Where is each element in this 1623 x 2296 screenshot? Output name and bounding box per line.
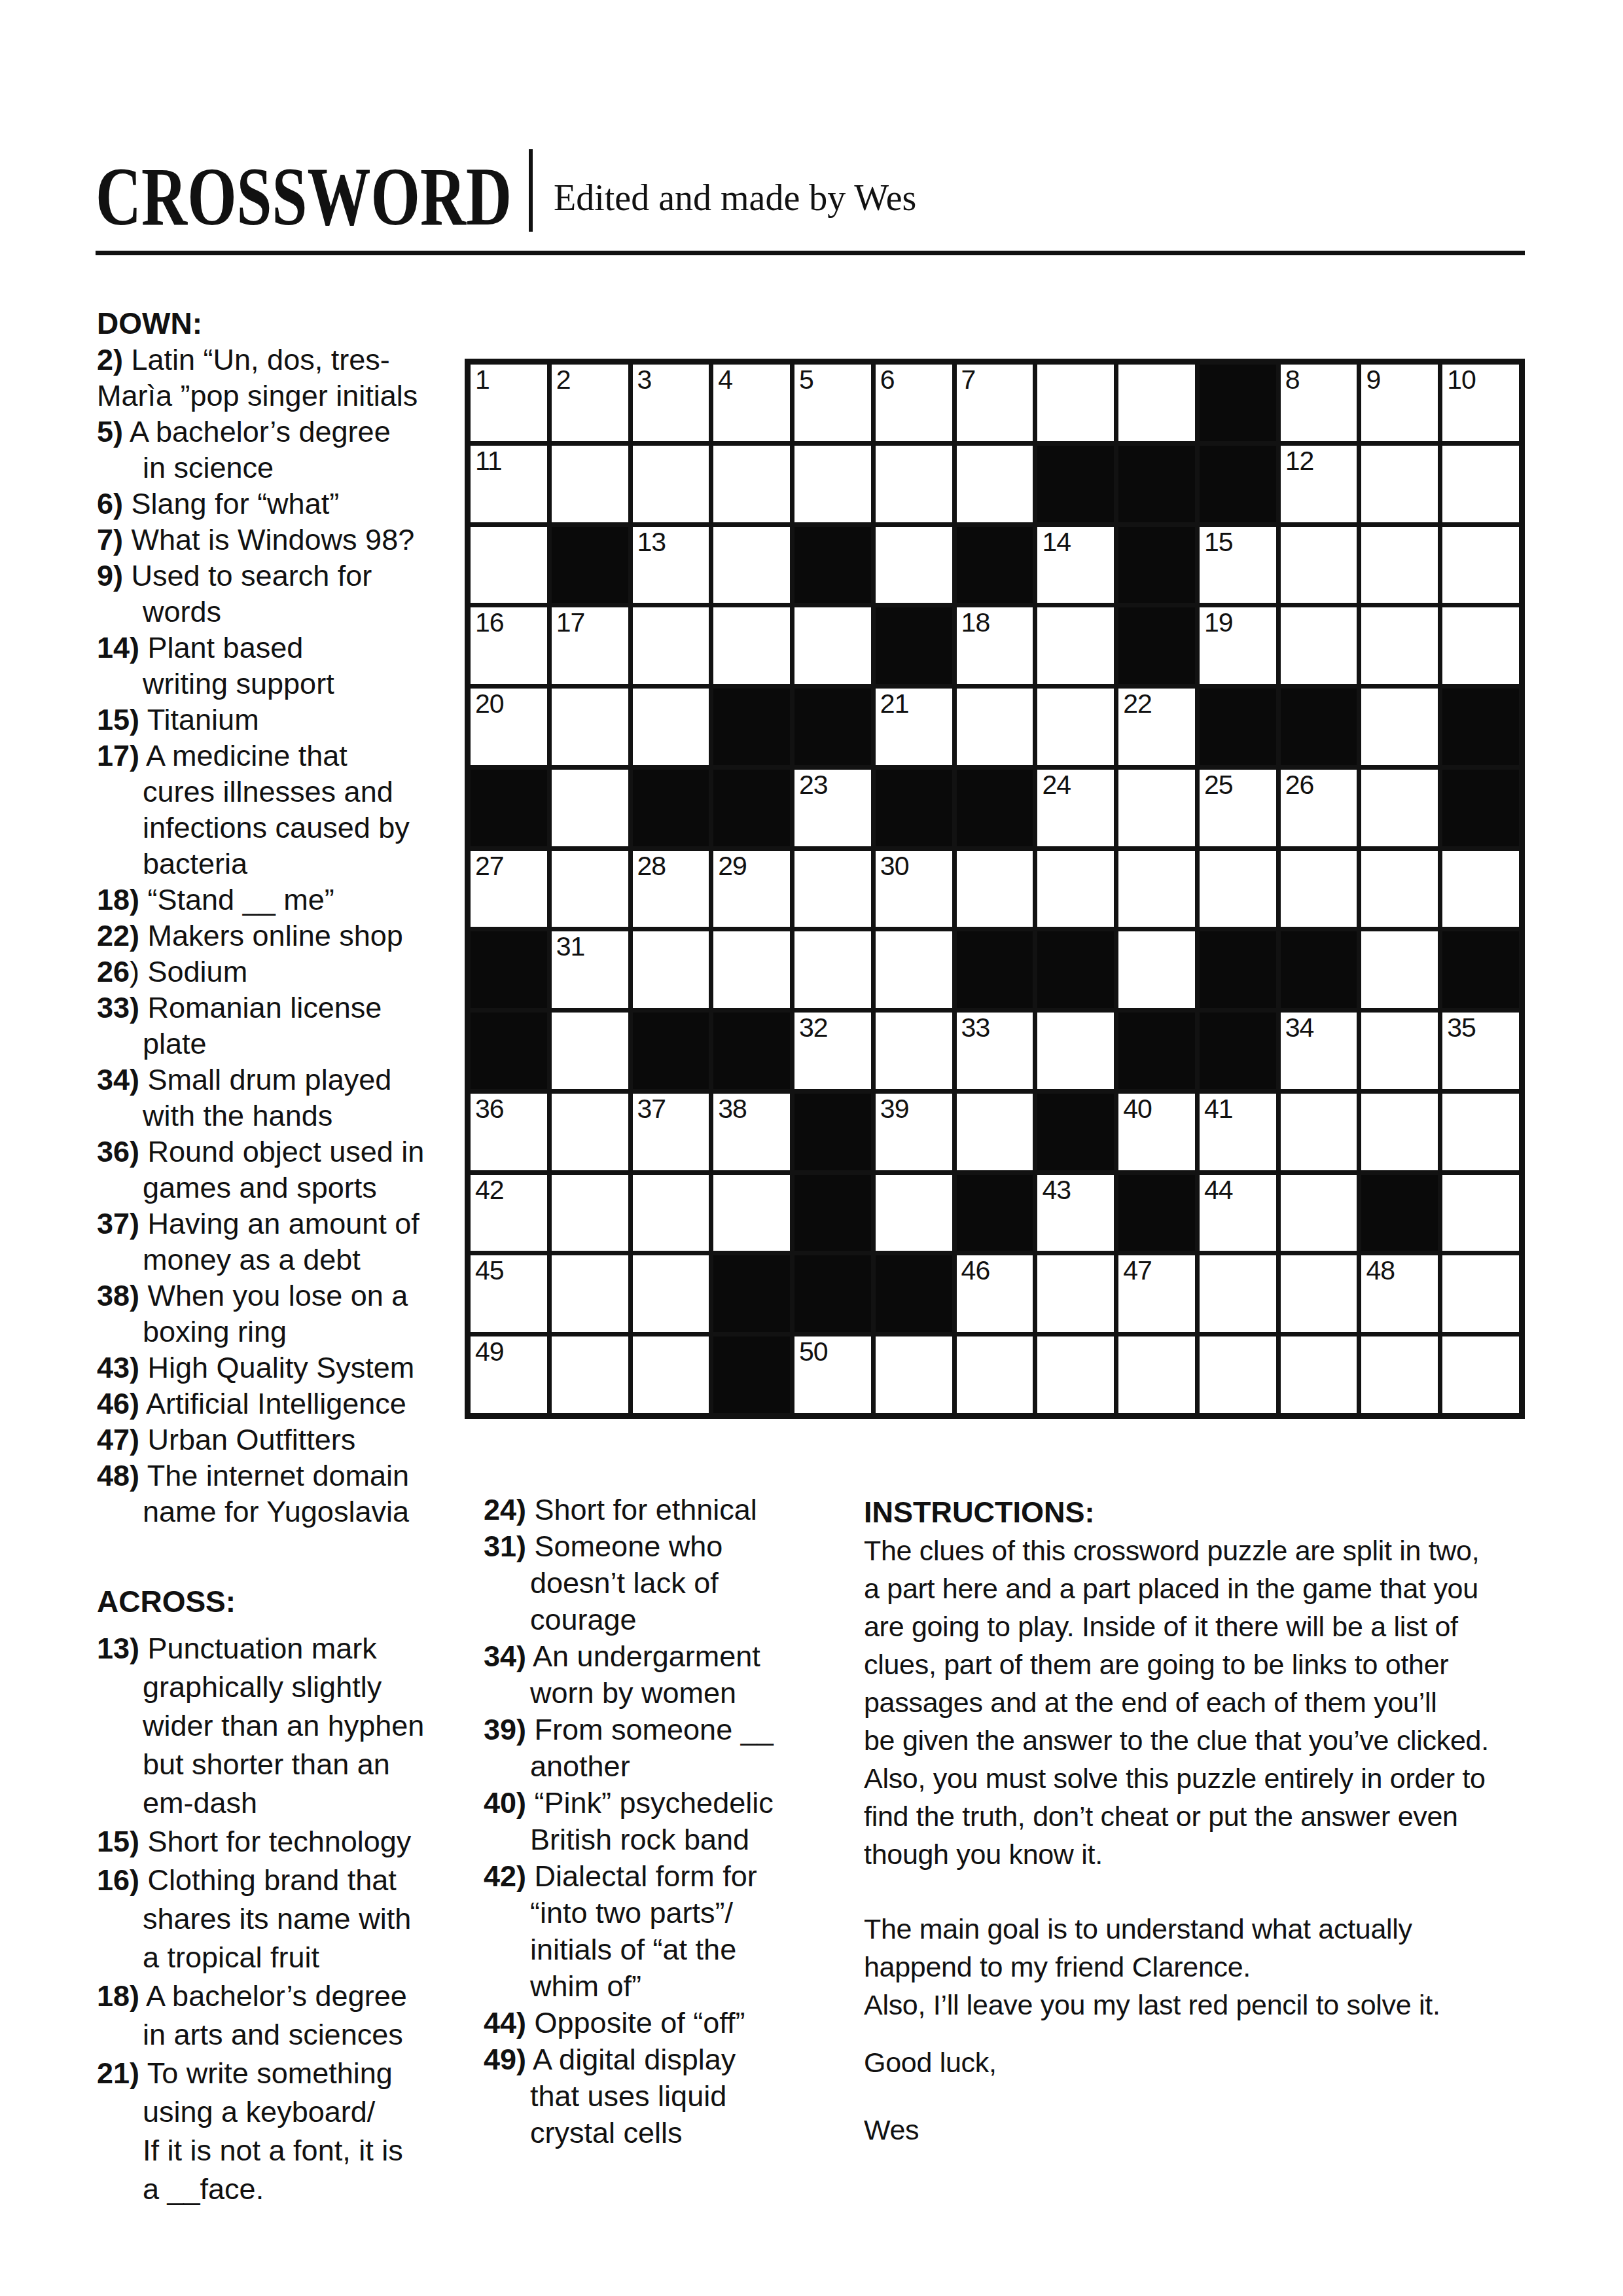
black-cell-r12c6 xyxy=(876,1255,952,1332)
clue-36: 36) Round object used ingames and sports xyxy=(97,1134,483,1206)
grid-cell-r7c12[interactable] xyxy=(1361,851,1438,927)
cell-number: 24 xyxy=(1042,771,1071,799)
cell-number: 30 xyxy=(880,852,909,880)
grid-cell-r3c13[interactable] xyxy=(1442,527,1519,603)
cell-number: 34 xyxy=(1285,1014,1314,1042)
instructions-body: The clues of this crossword puzzle are s… xyxy=(864,1532,1616,2149)
cell-number: 35 xyxy=(1447,1014,1476,1042)
cell-number: 48 xyxy=(1366,1257,1395,1285)
grid-cell-r3c10[interactable]: 15 xyxy=(1200,527,1276,603)
grid-cell-r6c5[interactable]: 23 xyxy=(794,770,871,846)
black-cell-r3c2 xyxy=(552,527,628,603)
black-cell-r11c9 xyxy=(1118,1175,1195,1251)
black-cell-r4c6 xyxy=(876,607,952,684)
grid-cell-r13c9[interactable] xyxy=(1118,1336,1195,1413)
cell-number: 46 xyxy=(961,1257,990,1285)
across-clue-list-continued: 24) Short for ethnical31) Someone whodoe… xyxy=(484,1492,857,2151)
cell-number: 21 xyxy=(880,690,909,718)
clue-18: 18) A bachelor’s degreein arts and scien… xyxy=(97,1977,483,2054)
clue-7: 7) What is Windows 98? xyxy=(97,522,483,558)
grid-cell-r3c11[interactable] xyxy=(1281,527,1357,603)
cell-number: 2 xyxy=(556,366,571,394)
grid-cell-r5c8[interactable] xyxy=(1037,689,1114,765)
grid-cell-r4c2[interactable]: 17 xyxy=(552,607,628,684)
clue-16: 16) Clothing brand thatshares its name w… xyxy=(97,1861,483,1977)
black-cell-r3c7 xyxy=(957,527,1033,603)
black-cell-r9c3 xyxy=(633,1013,709,1089)
grid-cell-r2c5[interactable] xyxy=(794,446,871,522)
grid-cell-r4c12[interactable] xyxy=(1361,607,1438,684)
grid-cell-r5c7[interactable] xyxy=(957,689,1033,765)
grid-cell-r12c7[interactable]: 46 xyxy=(957,1255,1033,1332)
cell-number: 20 xyxy=(475,690,504,718)
clue-2: 2) Latin “Un, dos, tres-Marìa ”pop singe… xyxy=(97,342,483,414)
black-cell-r5c4 xyxy=(713,689,790,765)
black-cell-r12c4 xyxy=(713,1255,790,1332)
grid-cell-r6c10[interactable]: 25 xyxy=(1200,770,1276,846)
grid-cell-r8c6[interactable] xyxy=(876,931,952,1008)
cell-number: 13 xyxy=(637,528,666,556)
black-cell-r6c3 xyxy=(633,770,709,846)
black-cell-r2c9 xyxy=(1118,446,1195,522)
black-cell-r8c10 xyxy=(1200,931,1276,1008)
cell-number: 7 xyxy=(961,366,976,394)
grid-cell-r1c3[interactable]: 3 xyxy=(633,365,709,441)
cell-number: 41 xyxy=(1204,1095,1233,1123)
clue-9: 9) Used to search forwords xyxy=(97,558,483,630)
grid-cell-r7c5[interactable] xyxy=(794,851,871,927)
instructions-label: INSTRUCTIONS: xyxy=(864,1494,1616,1532)
grid-cell-r10c7[interactable] xyxy=(957,1094,1033,1170)
grid-cell-r11c4[interactable] xyxy=(713,1175,790,1251)
clue-5: 5) A bachelor’s degreein science xyxy=(97,414,483,486)
black-cell-r8c7 xyxy=(957,931,1033,1008)
clue-21: 21) To write somethingusing a keyboard/I… xyxy=(97,2054,483,2208)
clue-15: 15) Titanium xyxy=(97,702,483,738)
grid-cell-r13c1[interactable]: 49 xyxy=(471,1336,547,1413)
cell-number: 29 xyxy=(718,852,747,880)
title-divider xyxy=(529,149,533,232)
grid-cell-r4c5[interactable] xyxy=(794,607,871,684)
grid-cell-r11c13[interactable] xyxy=(1442,1175,1519,1251)
black-cell-r9c10 xyxy=(1200,1013,1276,1089)
grid-cell-r8c4[interactable] xyxy=(713,931,790,1008)
clue-13: 13) Punctuation markgraphically slightly… xyxy=(97,1629,483,1822)
grid-cell-r12c12[interactable]: 48 xyxy=(1361,1255,1438,1332)
instructions-section: INSTRUCTIONS: The clues of this crosswor… xyxy=(864,1494,1616,2149)
cell-number: 37 xyxy=(637,1095,666,1123)
cell-number: 33 xyxy=(961,1014,990,1042)
grid-cell-r1c12[interactable]: 9 xyxy=(1361,365,1438,441)
cell-number: 36 xyxy=(475,1095,504,1123)
grid-cell-r3c4[interactable] xyxy=(713,527,790,603)
grid-cell-r10c13[interactable] xyxy=(1442,1094,1519,1170)
grid-cell-r13c8[interactable] xyxy=(1037,1336,1114,1413)
grid-cell-r1c2[interactable]: 2 xyxy=(552,365,628,441)
grid-cell-r3c3[interactable]: 13 xyxy=(633,527,709,603)
grid-cell-r9c8[interactable] xyxy=(1037,1013,1114,1089)
grid-cell-r1c9[interactable] xyxy=(1118,365,1195,441)
cell-number: 17 xyxy=(556,609,585,637)
black-cell-r12c5 xyxy=(794,1255,871,1332)
clue-17: 17) A medicine thatcures illnesses andin… xyxy=(97,738,483,882)
cell-number: 42 xyxy=(475,1176,504,1204)
cell-number: 9 xyxy=(1366,366,1380,394)
black-cell-r4c9 xyxy=(1118,607,1195,684)
clue-49: 49) A digital displaythat uses liquidcry… xyxy=(484,2041,857,2151)
black-cell-r8c1 xyxy=(471,931,547,1008)
grid-cell-r4c3[interactable] xyxy=(633,607,709,684)
black-cell-r5c11 xyxy=(1281,689,1357,765)
cell-number: 23 xyxy=(799,771,828,799)
grid-cell-r10c11[interactable] xyxy=(1281,1094,1357,1170)
grid-cell-r6c9[interactable] xyxy=(1118,770,1195,846)
black-cell-r9c1 xyxy=(471,1013,547,1089)
black-cell-r13c4 xyxy=(713,1336,790,1413)
grid-cell-r5c12[interactable] xyxy=(1361,689,1438,765)
clue-24: 24) Short for ethnical xyxy=(484,1492,857,1528)
black-cell-r10c8 xyxy=(1037,1094,1114,1170)
grid-cell-r9c5[interactable]: 32 xyxy=(794,1013,871,1089)
cell-number: 18 xyxy=(961,609,990,637)
down-clue-list: 2) Latin “Un, dos, tres-Marìa ”pop singe… xyxy=(97,342,483,1530)
crossword-grid: 1234567891011121314151617181920212223242… xyxy=(465,359,1525,1419)
grid-cell-r7c13[interactable] xyxy=(1442,851,1519,927)
grid-cell-r7c11[interactable] xyxy=(1281,851,1357,927)
instructions-paragraph-1: The clues of this crossword puzzle are s… xyxy=(864,1532,1616,1873)
black-cell-r6c6 xyxy=(876,770,952,846)
cell-number: 38 xyxy=(718,1095,747,1123)
clue-31: 31) Someone whodoesn’t lack ofcourage xyxy=(484,1528,857,1638)
instructions-paragraph-2: The main goal is to understand what actu… xyxy=(864,1910,1616,2024)
cell-number: 28 xyxy=(637,852,666,880)
grid-cell-r9c6[interactable] xyxy=(876,1013,952,1089)
cell-number: 50 xyxy=(799,1338,828,1366)
grid-cell-r1c6[interactable]: 6 xyxy=(876,365,952,441)
grid-cell-r2c2[interactable] xyxy=(552,446,628,522)
clue-18: 18) “Stand __ me” xyxy=(97,882,483,918)
grid-cell-r12c1[interactable]: 45 xyxy=(471,1255,547,1332)
grid-cell-r9c13[interactable]: 35 xyxy=(1442,1013,1519,1089)
page: { "game": "crossword", "position": { "ro… xyxy=(0,0,1623,2296)
down-label: DOWN: xyxy=(97,306,483,342)
black-cell-r11c5 xyxy=(794,1175,871,1251)
grid-cell-r13c5[interactable]: 50 xyxy=(794,1336,871,1413)
grid-cell-r11c11[interactable] xyxy=(1281,1175,1357,1251)
clue-26: 26) Sodium xyxy=(97,954,483,990)
cell-number: 49 xyxy=(475,1338,504,1366)
grid-cell-r3c8[interactable]: 14 xyxy=(1037,527,1114,603)
cell-number: 5 xyxy=(799,366,813,394)
grid-cell-r1c1[interactable]: 1 xyxy=(471,365,547,441)
cell-number: 39 xyxy=(880,1095,909,1123)
grid-cell-r12c11[interactable] xyxy=(1281,1255,1357,1332)
grid-cell-r2c3[interactable] xyxy=(633,446,709,522)
black-cell-r11c12 xyxy=(1361,1175,1438,1251)
grid-cell-r8c3[interactable] xyxy=(633,931,709,1008)
cell-number: 16 xyxy=(475,609,504,637)
clue-47: 47) Urban Outfitters xyxy=(97,1422,483,1458)
clue-22: 22) Makers online shop xyxy=(97,918,483,954)
grid-cell-r7c2[interactable] xyxy=(552,851,628,927)
cell-number: 32 xyxy=(799,1014,828,1042)
grid-cell-r6c11[interactable]: 26 xyxy=(1281,770,1357,846)
grid-cell-r13c3[interactable] xyxy=(633,1336,709,1413)
cell-number: 11 xyxy=(475,447,502,475)
instructions-paragraph-4: Wes xyxy=(864,2111,1616,2149)
grid-cell-r8c12[interactable] xyxy=(1361,931,1438,1008)
grid-cell-r7c10[interactable] xyxy=(1200,851,1276,927)
cell-number: 22 xyxy=(1123,690,1152,718)
grid-cell-r12c9[interactable]: 47 xyxy=(1118,1255,1195,1332)
grid-cell-r1c11[interactable]: 8 xyxy=(1281,365,1357,441)
grid-cell-r11c10[interactable]: 44 xyxy=(1200,1175,1276,1251)
cell-number: 31 xyxy=(556,933,585,961)
grid-cell-r4c4[interactable] xyxy=(713,607,790,684)
grid-cell-r6c8[interactable]: 24 xyxy=(1037,770,1114,846)
cell-number: 10 xyxy=(1447,366,1476,394)
grid-cell-r13c7[interactable] xyxy=(957,1336,1033,1413)
grid-cell-r9c11[interactable]: 34 xyxy=(1281,1013,1357,1089)
cell-number: 44 xyxy=(1204,1176,1233,1204)
grid-cell-r12c13[interactable] xyxy=(1442,1255,1519,1332)
grid-cell-r2c4[interactable] xyxy=(713,446,790,522)
grid-cell-r4c11[interactable] xyxy=(1281,607,1357,684)
cell-number: 8 xyxy=(1285,366,1300,394)
grid-cell-r6c12[interactable] xyxy=(1361,770,1438,846)
grid-cell-r10c6[interactable]: 39 xyxy=(876,1094,952,1170)
clue-14: 14) Plant basedwriting support xyxy=(97,630,483,702)
black-cell-r8c8 xyxy=(1037,931,1114,1008)
grid-cell-r1c7[interactable]: 7 xyxy=(957,365,1033,441)
cell-number: 27 xyxy=(475,852,504,880)
clue-43: 43) High Quality System xyxy=(97,1350,483,1386)
grid-cell-r3c12[interactable] xyxy=(1361,527,1438,603)
grid-cell-r1c8[interactable] xyxy=(1037,365,1114,441)
grid-cell-r10c12[interactable] xyxy=(1361,1094,1438,1170)
black-cell-r6c1 xyxy=(471,770,547,846)
grid-cell-r10c3[interactable]: 37 xyxy=(633,1094,709,1170)
black-cell-r11c7 xyxy=(957,1175,1033,1251)
grid-cell-r12c3[interactable] xyxy=(633,1255,709,1332)
black-cell-r2c8 xyxy=(1037,446,1114,522)
black-cell-r6c4 xyxy=(713,770,790,846)
clue-48: 48) The internet domainname for Yugoslav… xyxy=(97,1458,483,1530)
grid-cell-r12c10[interactable] xyxy=(1200,1255,1276,1332)
grid-cell-r10c2[interactable] xyxy=(552,1094,628,1170)
grid-cell-r7c1[interactable]: 27 xyxy=(471,851,547,927)
black-cell-r1c10 xyxy=(1200,365,1276,441)
header-rule xyxy=(96,251,1525,255)
clue-38: 38) When you lose on aboxing ring xyxy=(97,1278,483,1350)
cell-number: 45 xyxy=(475,1257,504,1285)
across-label: ACROSS: xyxy=(97,1584,483,1620)
grid-cell-r2c11[interactable]: 12 xyxy=(1281,446,1357,522)
clue-42: 42) Dialectal form for“into two parts”/i… xyxy=(484,1858,857,2005)
grid-cell-r3c1[interactable] xyxy=(471,527,547,603)
cell-number: 4 xyxy=(718,366,732,394)
cell-number: 26 xyxy=(1285,771,1314,799)
clue-6: 6) Slang for “what” xyxy=(97,486,483,522)
black-cell-r10c5 xyxy=(794,1094,871,1170)
grid-cell-r11c3[interactable] xyxy=(633,1175,709,1251)
black-cell-r5c5 xyxy=(794,689,871,765)
cell-number: 25 xyxy=(1204,771,1233,799)
grid-cell-r7c8[interactable] xyxy=(1037,851,1114,927)
clue-39: 39) From someone __another xyxy=(484,1712,857,1785)
grid-cell-r2c1[interactable]: 11 xyxy=(471,446,547,522)
grid-cell-r12c2[interactable] xyxy=(552,1255,628,1332)
grid-cell-r7c7[interactable] xyxy=(957,851,1033,927)
grid-cell-r4c10[interactable]: 19 xyxy=(1200,607,1276,684)
grid-cell-r13c6[interactable] xyxy=(876,1336,952,1413)
cell-number: 15 xyxy=(1204,528,1233,556)
grid-cell-r11c8[interactable]: 43 xyxy=(1037,1175,1114,1251)
cell-number: 19 xyxy=(1204,609,1233,637)
clue-33: 33) Romanian licenseplate xyxy=(97,990,483,1062)
grid-cell-r10c9[interactable]: 40 xyxy=(1118,1094,1195,1170)
grid-cell-r13c11[interactable] xyxy=(1281,1336,1357,1413)
grid-cell-r2c12[interactable] xyxy=(1361,446,1438,522)
page-subtitle: Edited and made by Wes xyxy=(554,178,916,219)
black-cell-r8c11 xyxy=(1281,931,1357,1008)
grid-cell-r11c2[interactable] xyxy=(552,1175,628,1251)
grid-cell-r13c13[interactable] xyxy=(1442,1336,1519,1413)
black-cell-r9c9 xyxy=(1118,1013,1195,1089)
grid-cell-r7c6[interactable]: 30 xyxy=(876,851,952,927)
black-cell-r5c10 xyxy=(1200,689,1276,765)
black-cell-r3c5 xyxy=(794,527,871,603)
cell-number: 47 xyxy=(1123,1257,1152,1285)
clue-37: 37) Having an amount ofmoney as a debt xyxy=(97,1206,483,1278)
clue-40: 40) “Pink” psychedelicBritish rock band xyxy=(484,1785,857,1858)
black-cell-r6c13 xyxy=(1442,770,1519,846)
grid-cell-r11c1[interactable]: 42 xyxy=(471,1175,547,1251)
grid-cell-r5c3[interactable] xyxy=(633,689,709,765)
grid-cell-r8c2[interactable]: 31 xyxy=(552,931,628,1008)
clue-15: 15) Short for technology xyxy=(97,1822,483,1861)
cell-number: 43 xyxy=(1042,1176,1071,1204)
grid-cell-r7c9[interactable] xyxy=(1118,851,1195,927)
grid-cell-r6c2[interactable] xyxy=(552,770,628,846)
grid-cell-r13c12[interactable] xyxy=(1361,1336,1438,1413)
grid-cell-r11c6[interactable] xyxy=(876,1175,952,1251)
grid-cell-r12c8[interactable] xyxy=(1037,1255,1114,1332)
black-cell-r9c4 xyxy=(713,1013,790,1089)
black-cell-r3c9 xyxy=(1118,527,1195,603)
grid-cell-r9c12[interactable] xyxy=(1361,1013,1438,1089)
grid-cell-r9c7[interactable]: 33 xyxy=(957,1013,1033,1089)
clue-34: 34) An undergarmentworn by women xyxy=(484,1638,857,1712)
grid-cell-r9c2[interactable] xyxy=(552,1013,628,1089)
grid-cell-r10c4[interactable]: 38 xyxy=(713,1094,790,1170)
grid-cell-r2c13[interactable] xyxy=(1442,446,1519,522)
grid-cell-r13c10[interactable] xyxy=(1200,1336,1276,1413)
cell-number: 1 xyxy=(475,366,490,394)
black-cell-r8c13 xyxy=(1442,931,1519,1008)
clue-46: 46) Artificial Intelligence xyxy=(97,1386,483,1422)
cell-number: 6 xyxy=(880,366,895,394)
grid-cell-r10c10[interactable]: 41 xyxy=(1200,1094,1276,1170)
black-cell-r6c7 xyxy=(957,770,1033,846)
cell-number: 40 xyxy=(1123,1095,1152,1123)
grid-cell-r4c1[interactable]: 16 xyxy=(471,607,547,684)
grid-cell-r5c2[interactable] xyxy=(552,689,628,765)
page-title: CROSSWORD xyxy=(96,156,512,238)
grid-cell-r2c7[interactable] xyxy=(957,446,1033,522)
black-cell-r5c13 xyxy=(1442,689,1519,765)
grid-cell-r5c1[interactable]: 20 xyxy=(471,689,547,765)
cell-number: 14 xyxy=(1042,528,1071,556)
grid-cell-r10c1[interactable]: 36 xyxy=(471,1094,547,1170)
grid-cell-r13c2[interactable] xyxy=(552,1336,628,1413)
grid-cell-r4c7[interactable]: 18 xyxy=(957,607,1033,684)
instructions-paragraph-3: Good luck, xyxy=(864,2043,1616,2081)
grid-cell-r2c6[interactable] xyxy=(876,446,952,522)
grid-cell-r4c8[interactable] xyxy=(1037,607,1114,684)
grid-cell-r5c9[interactable]: 22 xyxy=(1118,689,1195,765)
grid-cell-r7c3[interactable]: 28 xyxy=(633,851,709,927)
left-clue-column: DOWN: 2) Latin “Un, dos, tres-Marìa ”pop… xyxy=(97,306,483,2208)
clue-44: 44) Opposite of “off” xyxy=(484,2005,857,2041)
across-clue-list: 13) Punctuation markgraphically slightly… xyxy=(97,1629,483,2208)
grid-cell-r7c4[interactable]: 29 xyxy=(713,851,790,927)
black-cell-r2c10 xyxy=(1200,446,1276,522)
grid-cell-r5c6[interactable]: 21 xyxy=(876,689,952,765)
cell-number: 12 xyxy=(1285,447,1314,475)
cell-number: 3 xyxy=(637,366,652,394)
clue-34: 34) Small drum playedwith the hands xyxy=(97,1062,483,1134)
grid-cell-r8c5[interactable] xyxy=(794,931,871,1008)
grid-cell-r8c9[interactable] xyxy=(1118,931,1195,1008)
grid-cell-r4c13[interactable] xyxy=(1442,607,1519,684)
grid-cell-r1c4[interactable]: 4 xyxy=(713,365,790,441)
grid-cell-r1c13[interactable]: 10 xyxy=(1442,365,1519,441)
grid-cell-r3c6[interactable] xyxy=(876,527,952,603)
grid-cell-r1c5[interactable]: 5 xyxy=(794,365,871,441)
